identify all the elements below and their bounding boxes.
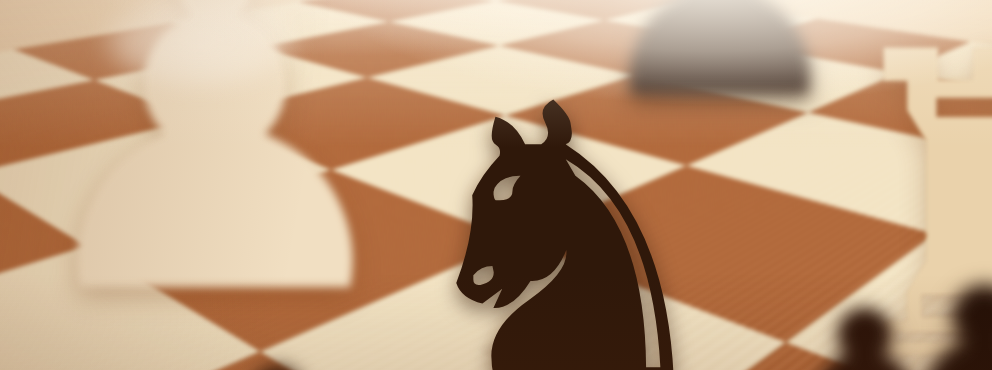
chessboard-photo: ♟♟♞♜♟♟♟ <box>0 0 992 370</box>
black-pawn-front-left: ♟ <box>144 333 413 370</box>
black-knight: ♞ <box>395 56 736 370</box>
white-pawn: ♟ <box>9 0 421 358</box>
black-pawn-front-edge: ♟ <box>806 239 992 370</box>
pieces-layer: ♟♟♞♜♟♟♟ <box>0 0 992 370</box>
